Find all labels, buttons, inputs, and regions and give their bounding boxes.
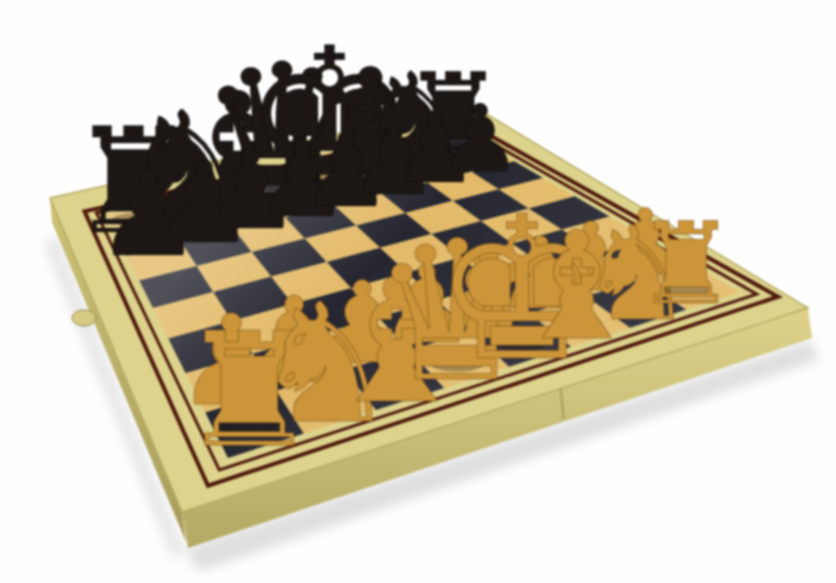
piece-white-rook-h1: ♜ — [636, 198, 737, 330]
chess-set-product-photo: ♜♞♝♛♚♝♞♜♟♟♟♟♟♟♟♟♟♟♟♟♟♟♟♟♜♞♝♛♚♝♞♜ — [0, 0, 836, 583]
chessboard-scene: ♜♞♝♛♚♝♞♜♟♟♟♟♟♟♟♟♟♟♟♟♟♟♟♟♜♞♝♛♚♝♞♜ — [0, 0, 836, 583]
latch-knob — [72, 310, 96, 326]
